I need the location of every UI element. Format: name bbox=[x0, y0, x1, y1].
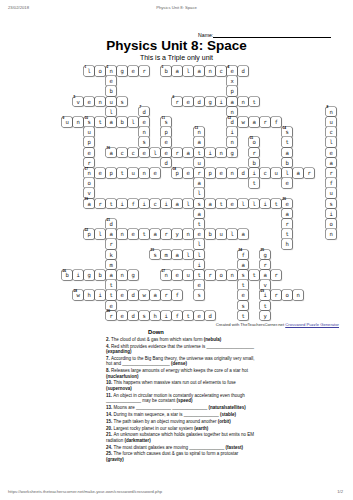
worksheet-page: 23/02/2018 Physics Unit 8: Space Name: P… bbox=[0, 0, 353, 500]
clue-number: 19 bbox=[85, 198, 89, 202]
grid-cell: n bbox=[227, 168, 237, 178]
cell-letter: s bbox=[194, 290, 204, 300]
grid-cell: t bbox=[216, 199, 226, 209]
cell-letter: l bbox=[194, 188, 204, 198]
cell-letter: t bbox=[183, 311, 193, 321]
grid-cell: c bbox=[260, 168, 270, 178]
cell-letter: s bbox=[326, 199, 336, 209]
cell-letter: d bbox=[161, 158, 171, 168]
grid-cell: n bbox=[205, 66, 215, 76]
cell-letter: g bbox=[128, 270, 138, 280]
grid-cell: d bbox=[128, 290, 138, 300]
clue-number: 29 bbox=[261, 290, 265, 294]
cell-letter: i bbox=[117, 199, 127, 209]
cell-letter: e bbox=[172, 270, 182, 280]
grid-cell: r bbox=[194, 168, 204, 178]
cell-letter: h bbox=[84, 290, 94, 300]
grid-cell: g bbox=[128, 270, 138, 280]
grid-cell: f bbox=[271, 117, 281, 127]
cell-letter: t bbox=[194, 148, 204, 158]
cell-letter: a bbox=[282, 209, 292, 219]
clue-number: 1 bbox=[85, 66, 87, 70]
cell-letter: r bbox=[326, 168, 336, 178]
cell-letter: e bbox=[194, 280, 204, 290]
grid-cell: r bbox=[271, 270, 281, 280]
grid-cell: l bbox=[326, 137, 336, 147]
grid-cell: 18p bbox=[172, 168, 182, 178]
cell-letter: e bbox=[95, 168, 105, 178]
cell-letter: w bbox=[139, 290, 149, 300]
cell-letter: t bbox=[106, 199, 116, 209]
grid-cell: y bbox=[172, 229, 182, 239]
cell-letter: b bbox=[106, 86, 116, 96]
cell-letter: l bbox=[183, 66, 193, 76]
cell-letter: a bbox=[282, 148, 292, 158]
grid-cell: h bbox=[150, 311, 160, 321]
grid-cell: t bbox=[238, 311, 248, 321]
cell-letter: l bbox=[326, 137, 336, 147]
clue-number: 27 bbox=[162, 270, 166, 274]
cell-letter: t bbox=[139, 229, 149, 239]
cell-letter: h bbox=[150, 311, 160, 321]
cell-letter: n bbox=[183, 229, 193, 239]
cell-letter: e bbox=[128, 66, 138, 76]
grid-cell: t bbox=[260, 301, 270, 311]
cell-letter: a bbox=[106, 229, 116, 239]
credit-link[interactable]: Crossword Puzzle Generator bbox=[285, 322, 339, 327]
grid-cell: 22p bbox=[84, 229, 94, 239]
grid-cell: n bbox=[326, 229, 336, 239]
clue-number: 24 bbox=[239, 249, 243, 253]
grid-cell: t bbox=[249, 270, 259, 280]
cell-letter: i bbox=[139, 199, 149, 209]
print-footer-url: https://worksheets.theteacherscorner.net… bbox=[8, 489, 162, 494]
grid-cell: e bbox=[161, 148, 171, 158]
cell-letter: i bbox=[227, 127, 237, 137]
grid-cell: n bbox=[293, 290, 303, 300]
cell-letter: h bbox=[282, 239, 292, 249]
grid-cell: o bbox=[326, 219, 336, 229]
grid-cell: s bbox=[238, 301, 248, 311]
grid-cell: e bbox=[128, 229, 138, 239]
grid-cell: 19a bbox=[84, 199, 94, 209]
grid-cell: c bbox=[216, 66, 226, 76]
cell-letter: c bbox=[117, 148, 127, 158]
cell-letter: e bbox=[227, 199, 237, 209]
grid-cell: g bbox=[117, 66, 127, 76]
down-clues-heading: Down bbox=[148, 329, 164, 335]
grid-cell: n bbox=[183, 229, 193, 239]
cell-letter: i bbox=[260, 199, 270, 209]
grid-cell: 10s bbox=[84, 117, 94, 127]
cell-letter: r bbox=[282, 219, 292, 229]
clue-item: 15. The path taken by an object moving a… bbox=[106, 419, 256, 424]
grid-cell: b bbox=[106, 86, 116, 96]
grid-cell: 7d bbox=[139, 107, 149, 117]
cell-letter: c bbox=[260, 168, 270, 178]
grid-cell: u bbox=[216, 229, 226, 239]
cell-letter: e bbox=[128, 229, 138, 239]
clue-item: 24. The most distant galaxies are moving… bbox=[106, 445, 256, 450]
cell-letter: t bbox=[117, 168, 127, 178]
grid-cell: d bbox=[205, 311, 215, 321]
grid-cell: r bbox=[260, 117, 270, 127]
cell-letter: i bbox=[95, 290, 105, 300]
name-blank-line bbox=[213, 31, 331, 38]
grid-cell: n bbox=[227, 137, 237, 147]
grid-cell: 25g bbox=[260, 250, 270, 260]
clue-number: 4 bbox=[228, 66, 230, 70]
grid-cell: c bbox=[150, 199, 160, 209]
grid-cell: a bbox=[326, 158, 336, 168]
cell-letter: a bbox=[238, 260, 248, 270]
grid-cell: a bbox=[106, 270, 116, 280]
cell-letter: g bbox=[205, 97, 215, 107]
cell-letter: d bbox=[128, 290, 138, 300]
cell-letter: e bbox=[216, 168, 226, 178]
grid-cell: n bbox=[227, 107, 237, 117]
cell-letter: s bbox=[117, 97, 127, 107]
cell-letter: t bbox=[238, 280, 248, 290]
cell-letter: o bbox=[282, 290, 292, 300]
cell-letter: r bbox=[271, 290, 281, 300]
cell-letter: r bbox=[194, 168, 204, 178]
grid-cell: s bbox=[194, 199, 204, 209]
clue-item: 2. The cloud of dust & gas from which st… bbox=[106, 337, 256, 342]
grid-cell: 26b bbox=[62, 270, 72, 280]
cell-letter: n bbox=[293, 290, 303, 300]
cell-letter: a bbox=[106, 270, 116, 280]
cell-letter: i bbox=[326, 209, 336, 219]
cell-letter: p bbox=[106, 168, 116, 178]
cell-letter: r bbox=[106, 239, 116, 249]
clue-number: 13 bbox=[195, 127, 199, 131]
grid-cell: s bbox=[194, 290, 204, 300]
cell-letter: n bbox=[139, 127, 149, 137]
cell-letter: i bbox=[73, 270, 83, 280]
cell-letter: t bbox=[106, 280, 116, 290]
grid-cell: p bbox=[84, 137, 94, 147]
grid-cell: t bbox=[139, 229, 149, 239]
cell-letter: i bbox=[205, 148, 215, 158]
clue-item: 4. Red shift provides evidence that the … bbox=[106, 344, 256, 355]
grid-cell: e bbox=[194, 229, 204, 239]
grid-cell: u bbox=[106, 97, 116, 107]
grid-cell: t bbox=[249, 178, 259, 188]
cell-letter: n bbox=[216, 148, 226, 158]
grid-cell: a bbox=[238, 260, 248, 270]
grid-cell: g bbox=[205, 97, 215, 107]
grid-cell: e bbox=[84, 97, 94, 107]
clue-number: 8 bbox=[327, 106, 329, 110]
grid-cell: 9u bbox=[62, 117, 72, 127]
grid-cell: r bbox=[139, 66, 149, 76]
grid-cell: n bbox=[139, 168, 149, 178]
grid-cell: t bbox=[183, 311, 193, 321]
cell-letter: a bbox=[172, 66, 182, 76]
grid-cell: 15o bbox=[249, 137, 259, 147]
grid-cell: b bbox=[205, 229, 215, 239]
cell-letter: e bbox=[106, 76, 116, 86]
grid-cell: e bbox=[238, 290, 248, 300]
cell-letter: a bbox=[194, 137, 204, 147]
cell-letter: u bbox=[183, 270, 193, 280]
clue-item: 20. Largest rocky planet in our solar sy… bbox=[106, 426, 256, 431]
grid-cell: e bbox=[84, 148, 94, 158]
clue-number: 18 bbox=[173, 168, 177, 172]
grid-cell: r bbox=[304, 168, 314, 178]
grid-cell: p bbox=[227, 86, 237, 96]
grid-cell: n bbox=[139, 127, 149, 137]
grid-cell: 14s bbox=[282, 127, 292, 137]
clue-number: 30 bbox=[107, 310, 111, 314]
cell-letter: u bbox=[84, 127, 94, 137]
cell-letter: c bbox=[216, 66, 226, 76]
grid-cell: a bbox=[249, 117, 259, 127]
grid-cell: l bbox=[282, 168, 292, 178]
cell-letter: n bbox=[73, 117, 83, 127]
grid-cell: r bbox=[172, 148, 182, 158]
grid-cell: s bbox=[139, 137, 149, 147]
clue-number: 16 bbox=[107, 147, 111, 151]
cell-letter: l bbox=[183, 250, 193, 260]
grid-cell: a bbox=[172, 250, 182, 260]
grid-cell: t bbox=[194, 270, 204, 280]
grid-cell: a bbox=[282, 209, 292, 219]
cell-letter: t bbox=[249, 270, 259, 280]
cell-letter: i bbox=[194, 260, 204, 270]
cell-letter: s bbox=[139, 311, 149, 321]
cell-letter: u bbox=[326, 117, 336, 127]
cell-letter: i bbox=[249, 168, 259, 178]
grid-cell: 17n bbox=[84, 168, 94, 178]
grid-cell: a bbox=[238, 229, 248, 239]
cell-letter: a bbox=[106, 117, 116, 127]
cell-letter: s bbox=[238, 301, 248, 311]
grid-cell: n bbox=[95, 97, 105, 107]
grid-cell: a bbox=[150, 229, 160, 239]
clue-number: 21 bbox=[107, 219, 111, 223]
grid-cell: x bbox=[227, 76, 237, 86]
grid-cell: 8n bbox=[326, 107, 336, 117]
grid-cell: 12d bbox=[227, 117, 237, 127]
grid-cell: 3b bbox=[161, 66, 171, 76]
grid-cell: i bbox=[95, 290, 105, 300]
grid-cell: e bbox=[139, 148, 149, 158]
grid-cell: l bbox=[249, 199, 259, 209]
clue-number: 26 bbox=[63, 270, 67, 274]
grid-cell: 16a bbox=[106, 148, 116, 158]
grid-cell: l bbox=[183, 250, 193, 260]
grid-cell: l bbox=[227, 229, 237, 239]
clue-number: 20 bbox=[283, 198, 287, 202]
grid-cell: e bbox=[216, 168, 226, 178]
grid-cell: b bbox=[282, 158, 292, 168]
grid-cell: i bbox=[260, 199, 270, 209]
clue-number: 11 bbox=[162, 117, 165, 121]
grid-cell: s bbox=[326, 199, 336, 209]
grid-cell: o bbox=[84, 178, 94, 188]
clue-number: 2 bbox=[107, 66, 109, 70]
grid-cell: l bbox=[95, 229, 105, 239]
cell-letter: t bbox=[95, 117, 105, 127]
cell-letter: n bbox=[117, 229, 127, 239]
grid-cell: u bbox=[271, 168, 281, 178]
cell-letter: r bbox=[260, 117, 270, 127]
cell-letter: f bbox=[172, 311, 182, 321]
grid-cell: r bbox=[271, 290, 281, 300]
grid-cell: i bbox=[249, 168, 259, 178]
grid-cell: a bbox=[150, 290, 160, 300]
grid-cell: 20e bbox=[282, 199, 292, 209]
grid-cell: a bbox=[282, 148, 292, 158]
cell-letter: a bbox=[183, 148, 193, 158]
cell-letter: d bbox=[205, 311, 215, 321]
grid-cell: c bbox=[326, 127, 336, 137]
grid-cell: n bbox=[238, 97, 248, 107]
cell-letter: n bbox=[95, 97, 105, 107]
cell-letter: e bbox=[194, 311, 204, 321]
cell-letter: a bbox=[194, 209, 204, 219]
clue-number: 7 bbox=[140, 106, 142, 110]
grid-cell: n bbox=[73, 117, 83, 127]
grid-cell: p bbox=[205, 168, 215, 178]
grid-cell: t bbox=[106, 199, 116, 209]
grid-cell: e bbox=[194, 280, 204, 290]
cell-letter: r bbox=[249, 148, 259, 158]
grid-cell: w bbox=[139, 290, 149, 300]
cell-letter: b bbox=[249, 158, 259, 168]
cell-letter: m bbox=[161, 250, 171, 260]
cell-letter: l bbox=[249, 199, 259, 209]
cell-letter: t bbox=[216, 199, 226, 209]
grid-cell: r bbox=[161, 290, 171, 300]
grid-cell: 29i bbox=[260, 290, 270, 300]
cell-letter: a bbox=[227, 97, 237, 107]
cell-letter: i bbox=[161, 199, 171, 209]
grid-cell: t bbox=[282, 137, 292, 147]
grid-cell: i bbox=[216, 97, 226, 107]
cell-letter: m bbox=[106, 260, 116, 270]
cell-letter: g bbox=[227, 148, 237, 158]
cell-letter: b bbox=[205, 229, 215, 239]
crossword-grid: 1lo2nger3balanc4edexbp5venus6redgiantl7d… bbox=[62, 66, 337, 321]
cell-letter: g bbox=[84, 270, 94, 280]
clue-number: 6 bbox=[173, 96, 175, 100]
cell-letter: e bbox=[84, 97, 94, 107]
cell-letter: r bbox=[172, 148, 182, 158]
grid-cell: l bbox=[238, 199, 248, 209]
cell-letter: s bbox=[194, 199, 204, 209]
grid-cell: b bbox=[117, 117, 127, 127]
grid-cell: e bbox=[117, 290, 127, 300]
cell-letter: b bbox=[117, 117, 127, 127]
cell-letter: b bbox=[282, 158, 292, 168]
cell-letter: a bbox=[172, 250, 182, 260]
grid-cell: w bbox=[238, 117, 248, 127]
grid-cell: l bbox=[150, 148, 160, 158]
page-subtitle: This is a Triple only unit bbox=[0, 54, 353, 61]
cell-letter: r bbox=[304, 168, 314, 178]
grid-cell: a bbox=[205, 199, 215, 209]
cell-letter: t bbox=[249, 97, 259, 107]
grid-cell: 24f bbox=[238, 250, 248, 260]
grid-cell: n bbox=[117, 229, 127, 239]
grid-cell: u bbox=[326, 188, 336, 198]
grid-cell: a bbox=[172, 199, 182, 209]
clue-item: 13. Moons are ______________ ___________… bbox=[106, 405, 256, 410]
grid-cell: f bbox=[326, 178, 336, 188]
grid-cell: t bbox=[249, 97, 259, 107]
grid-cell: n bbox=[117, 270, 127, 280]
cell-letter: a bbox=[172, 199, 182, 209]
cell-letter: i bbox=[216, 97, 226, 107]
grid-cell: u bbox=[326, 117, 336, 127]
cell-letter: u bbox=[326, 188, 336, 198]
cell-letter: d bbox=[238, 168, 248, 178]
grid-cell: 13n bbox=[194, 127, 204, 137]
grid-cell: a bbox=[194, 209, 204, 219]
grid-cell: a bbox=[260, 270, 270, 280]
grid-cell: t bbox=[194, 219, 204, 229]
grid-cell: f bbox=[172, 290, 182, 300]
cell-letter: o bbox=[95, 66, 105, 76]
cell-letter: n bbox=[238, 97, 248, 107]
page-title: Physics Unit 8: Space bbox=[0, 38, 353, 53]
grid-cell: u bbox=[183, 270, 193, 280]
grid-cell: a bbox=[194, 178, 204, 188]
cell-letter: l bbox=[282, 168, 292, 178]
grid-cell: e bbox=[161, 137, 171, 147]
grid-cell: 28w bbox=[73, 290, 83, 300]
credit-line: Created with TheTeachersCorner.net Cross… bbox=[216, 322, 339, 327]
grid-cell: m bbox=[161, 250, 171, 260]
grid-cell: 1l bbox=[84, 66, 94, 76]
grid-cell: h bbox=[282, 239, 292, 249]
grid-cell: r bbox=[106, 239, 116, 249]
grid-cell: i bbox=[139, 199, 149, 209]
clue-number: 5 bbox=[74, 96, 76, 100]
cell-letter: n bbox=[117, 270, 127, 280]
cell-letter: e bbox=[183, 97, 193, 107]
grid-cell: l bbox=[194, 250, 204, 260]
cell-letter: a bbox=[249, 117, 259, 127]
clue-item: 11. An object in circular motion is cons… bbox=[106, 393, 256, 404]
cell-letter: l bbox=[183, 199, 193, 209]
cell-letter: r bbox=[260, 260, 270, 270]
clue-number: 12 bbox=[228, 117, 232, 121]
cell-letter: u bbox=[106, 97, 116, 107]
grid-cell: t bbox=[117, 168, 127, 178]
cell-letter: d bbox=[194, 97, 204, 107]
grid-cell: 30r bbox=[106, 311, 116, 321]
cell-letter: f bbox=[128, 199, 138, 209]
cell-letter: a bbox=[194, 178, 204, 188]
clue-item: 10. This happens when massive stars run … bbox=[106, 380, 256, 391]
cell-letter: t bbox=[194, 219, 204, 229]
grid-cell: i bbox=[205, 148, 215, 158]
cell-letter: e bbox=[238, 290, 248, 300]
grid-cell: a bbox=[106, 229, 116, 239]
cell-letter: e bbox=[161, 148, 171, 158]
cell-letter: e bbox=[117, 311, 127, 321]
grid-cell: a bbox=[183, 148, 193, 158]
grid-cell: b bbox=[249, 158, 259, 168]
cell-letter: s bbox=[238, 270, 248, 280]
grid-cell: 21d bbox=[106, 219, 116, 229]
grid-cell: t bbox=[106, 290, 116, 300]
cell-letter: l bbox=[194, 239, 204, 249]
